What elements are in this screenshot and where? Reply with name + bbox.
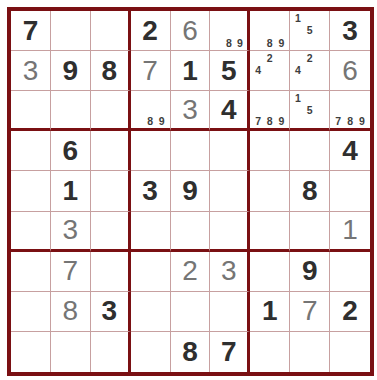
cell-r7c1[interactable] [11,252,51,292]
cell-r1c6[interactable]: 89 [210,11,250,51]
given-digit: 9 [63,57,79,85]
cell-r9c1[interactable] [11,332,51,372]
cell-r1c7[interactable]: 89 [250,11,290,51]
candidate-digit: 5 [304,24,316,36]
given-digit: 7 [221,338,237,366]
candidate-digit: 1 [292,92,304,104]
cell-r3c3[interactable] [91,91,131,131]
cell-r6c8[interactable] [290,212,330,252]
candidate-digit: 8 [264,37,276,49]
given-digit: 3 [342,17,358,45]
candidate-marks: 15 [290,11,329,50]
cell-r3c7[interactable]: 789 [250,91,290,131]
cell-r7c6[interactable]: 3 [210,252,250,292]
cell-r2c7[interactable]: 24 [250,51,290,91]
cell-r4c3[interactable] [91,131,131,171]
cell-r5c7[interactable] [250,171,290,211]
given-digit: 2 [342,297,358,325]
cell-r5c8[interactable]: 8 [290,171,330,211]
cell-r8c2[interactable]: 8 [51,292,91,332]
given-digit: 8 [182,338,198,366]
solved-digit: 7 [63,257,79,285]
cell-r7c4[interactable] [131,252,171,292]
cell-r8c6[interactable] [210,292,250,332]
given-digit: 4 [221,96,237,124]
cell-r9c2[interactable] [51,332,91,372]
cell-r8c1[interactable] [11,292,51,332]
cell-r8c4[interactable] [131,292,171,332]
solved-digit: 3 [221,257,237,285]
cell-r5c5[interactable]: 9 [171,171,211,211]
candidate-digit: 1 [292,12,304,24]
cell-r3c4[interactable]: 89 [131,91,171,131]
cell-r2c6[interactable]: 5 [210,51,250,91]
cell-r2c8[interactable]: 24 [290,51,330,91]
solved-digit: 6 [182,17,198,45]
cell-r7c3[interactable] [91,252,131,292]
candidate-digit: 9 [356,116,368,128]
cell-r4c1[interactable] [11,131,51,171]
cell-r6c3[interactable] [91,212,131,252]
candidate-marks: 789 [330,91,370,128]
candidate-marks: 89 [250,11,289,50]
cell-r3c8[interactable]: 15 [290,91,330,131]
cell-r9c7[interactable] [250,332,290,372]
cell-r9c6[interactable]: 7 [210,332,250,372]
cell-r1c5[interactable]: 6 [171,11,211,51]
cell-r8c8[interactable]: 7 [290,292,330,332]
given-digit: 5 [221,57,237,85]
cell-r1c3[interactable] [91,11,131,51]
cell-r6c1[interactable] [11,212,51,252]
given-digit: 3 [142,177,158,205]
candidate-digit: 5 [304,104,316,116]
solved-digit: 3 [63,216,79,244]
cell-r5c3[interactable] [91,171,131,211]
cell-r7c7[interactable] [250,252,290,292]
candidate-digit: 7 [332,116,344,128]
given-digit: 8 [302,177,318,205]
cell-r8c5[interactable] [171,292,211,332]
solved-digit: 6 [342,57,358,85]
cell-r3c9[interactable]: 789 [330,91,370,131]
given-digit: 2 [142,17,158,45]
cell-r4c5[interactable] [171,131,211,171]
solved-digit: 2 [182,257,198,285]
solved-digit: 8 [63,297,79,325]
cell-r4c6[interactable] [210,131,250,171]
given-digit: 1 [262,297,278,325]
cell-r4c2[interactable]: 6 [51,131,91,171]
cell-r9c4[interactable] [131,332,171,372]
given-digit: 6 [63,137,79,165]
cell-r5c4[interactable]: 3 [131,171,171,211]
cell-r5c2[interactable]: 1 [51,171,91,211]
cell-r3c2[interactable] [51,91,91,131]
cell-r2c1[interactable]: 3 [11,51,51,91]
given-digit: 7 [23,17,39,45]
candidate-digit: 9 [276,37,288,49]
given-digit: 9 [302,257,318,285]
cell-r9c3[interactable] [91,332,131,372]
cell-r3c1[interactable] [11,91,51,131]
cell-r9c8[interactable] [290,332,330,372]
candidate-marks: 789 [250,91,289,128]
cell-r2c5[interactable]: 1 [171,51,211,91]
solved-digit: 7 [142,57,158,85]
cell-r9c9[interactable] [330,332,370,372]
given-digit: 1 [63,177,79,205]
cell-r5c1[interactable] [11,171,51,211]
cell-r6c4[interactable] [131,212,171,252]
cell-r4c7[interactable] [250,131,290,171]
cell-r1c9[interactable]: 3 [330,11,370,51]
candidate-digit: 8 [344,116,356,128]
cell-r6c6[interactable] [210,212,250,252]
solved-digit: 7 [302,297,318,325]
candidate-digit: 9 [156,116,168,128]
candidate-digit: 9 [234,37,245,49]
solved-digit: 1 [342,216,358,244]
candidate-marks: 89 [210,11,247,50]
cell-r5c6[interactable] [210,171,250,211]
cell-r8c3[interactable]: 3 [91,292,131,332]
candidate-digit: 2 [304,52,316,64]
cell-r6c2[interactable]: 3 [51,212,91,252]
candidate-marks: 15 [290,91,329,128]
cell-r1c1[interactable]: 7 [11,11,51,51]
solved-digit: 3 [182,96,198,124]
candidate-digit: 8 [264,116,276,128]
candidate-marks: 89 [131,91,170,128]
cell-r1c4[interactable]: 2 [131,11,171,51]
cell-r8c7[interactable]: 1 [250,292,290,332]
candidate-digit: 9 [276,116,288,128]
cell-r9c5[interactable]: 8 [171,332,211,372]
cell-r1c8[interactable]: 15 [290,11,330,51]
given-digit: 8 [101,57,117,85]
sudoku-board: 7268989153398715242468934789157896413983… [7,7,374,376]
candidate-marks: 24 [290,51,329,90]
cell-r6c9[interactable]: 1 [330,212,370,252]
candidate-marks: 24 [250,51,289,90]
candidate-digit: 4 [292,64,304,76]
cell-r2c4[interactable]: 7 [131,51,171,91]
cell-r5c9[interactable] [330,171,370,211]
candidate-digit: 4 [252,64,264,76]
cell-r7c8[interactable]: 9 [290,252,330,292]
cell-r3c6[interactable]: 4 [210,91,250,131]
given-digit: 1 [182,57,198,85]
cell-r4c4[interactable] [131,131,171,171]
given-digit: 9 [182,177,198,205]
cell-r7c5[interactable]: 2 [171,252,211,292]
cell-r7c2[interactable]: 7 [51,252,91,292]
cell-r7c9[interactable] [330,252,370,292]
candidate-digit: 8 [223,37,234,49]
candidate-digit: 2 [264,52,276,64]
cell-r6c7[interactable] [250,212,290,252]
cell-r8c9[interactable]: 2 [330,292,370,332]
candidate-digit: 8 [144,116,156,128]
cell-r1c2[interactable] [51,11,91,51]
cell-r4c9[interactable]: 4 [330,131,370,171]
solved-digit: 3 [23,57,39,85]
cell-r2c9[interactable]: 6 [330,51,370,91]
cell-r2c2[interactable]: 9 [51,51,91,91]
given-digit: 3 [101,297,117,325]
cell-r2c3[interactable]: 8 [91,51,131,91]
cell-r6c5[interactable] [171,212,211,252]
cell-r4c8[interactable] [290,131,330,171]
cell-r3c5[interactable]: 3 [171,91,211,131]
candidate-digit: 7 [252,116,264,128]
given-digit: 4 [342,137,358,165]
